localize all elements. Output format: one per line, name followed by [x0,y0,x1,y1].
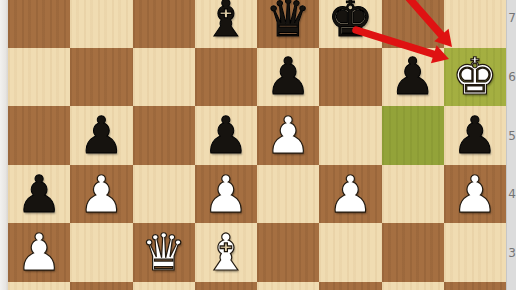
square-d7[interactable]: ♝ [195,0,257,48]
piece-white-pawn-b4[interactable]: ♟ [70,165,132,224]
square-f2[interactable] [319,282,381,290]
square-e5[interactable]: ♟ [257,106,319,165]
square-g5[interactable] [382,106,444,165]
piece-black-pawn-a4[interactable]: ♟ [8,165,70,224]
square-d5[interactable]: ♟ [195,106,257,165]
square-f7[interactable]: ♚ [319,0,381,48]
square-e7[interactable]: ♛ [257,0,319,48]
square-a4[interactable]: ♟ [8,165,70,224]
square-a5[interactable] [8,106,70,165]
piece-black-pawn-e6[interactable]: ♟ [257,48,319,107]
square-h5[interactable]: ♟ [444,106,506,165]
piece-white-queen-c3[interactable]: ♛ [133,223,195,282]
square-b4[interactable]: ♟ [70,165,132,224]
piece-black-pawn-g6[interactable]: ♟ [382,48,444,107]
piece-black-pawn-h5[interactable]: ♟ [444,106,506,165]
square-g3[interactable] [382,223,444,282]
square-c4[interactable] [133,165,195,224]
square-a2[interactable] [8,282,70,290]
square-h7[interactable] [444,0,506,48]
square-d6[interactable] [195,48,257,107]
square-h2[interactable] [444,282,506,290]
piece-black-queen-e7[interactable]: ♛ [257,0,319,48]
piece-white-pawn-a3[interactable]: ♟ [8,223,70,282]
square-b2[interactable] [70,282,132,290]
square-d3[interactable]: ♝ [195,223,257,282]
square-f6[interactable] [319,48,381,107]
piece-black-bishop-d7[interactable]: ♝ [195,0,257,48]
square-b3[interactable] [70,223,132,282]
square-f3[interactable] [319,223,381,282]
square-b7[interactable] [70,0,132,48]
square-f5[interactable] [319,106,381,165]
square-g7[interactable] [382,0,444,48]
chess-thumbnail: ♝♛♚♟♟♚♟♟♟♟♟♟♟♟♟♟♛♝ 76543 [0,0,516,290]
square-g6[interactable]: ♟ [382,48,444,107]
square-e6[interactable]: ♟ [257,48,319,107]
square-e3[interactable] [257,223,319,282]
square-c3[interactable]: ♛ [133,223,195,282]
square-g4[interactable] [382,165,444,224]
piece-white-pawn-f4[interactable]: ♟ [319,165,381,224]
square-h4[interactable]: ♟ [444,165,506,224]
piece-black-pawn-d5[interactable]: ♟ [195,106,257,165]
rank-label-7: 7 [507,11,516,25]
square-g2[interactable] [382,282,444,290]
rank-label-3: 3 [507,246,516,260]
piece-white-bishop-d3[interactable]: ♝ [195,223,257,282]
rank-label-4: 4 [507,187,516,201]
square-e2[interactable] [257,282,319,290]
square-b5[interactable]: ♟ [70,106,132,165]
square-c7[interactable] [133,0,195,48]
square-f4[interactable]: ♟ [319,165,381,224]
square-a7[interactable] [8,0,70,48]
piece-white-pawn-d4[interactable]: ♟ [195,165,257,224]
square-b6[interactable] [70,48,132,107]
square-c5[interactable] [133,106,195,165]
board: ♝♛♚♟♟♚♟♟♟♟♟♟♟♟♟♟♛♝ [8,0,506,290]
square-d2[interactable] [195,282,257,290]
square-c6[interactable] [133,48,195,107]
piece-white-pawn-h4[interactable]: ♟ [444,165,506,224]
rank-label-5: 5 [507,129,516,143]
piece-white-king-h6[interactable]: ♚ [444,48,506,107]
rank-coordinate-strip: 76543 [506,0,516,290]
rank-label-6: 6 [507,70,516,84]
square-h3[interactable] [444,223,506,282]
square-a6[interactable] [8,48,70,107]
piece-white-pawn-e5[interactable]: ♟ [257,106,319,165]
square-d4[interactable]: ♟ [195,165,257,224]
piece-black-pawn-b5[interactable]: ♟ [70,106,132,165]
page-left-strip [0,0,8,290]
square-a3[interactable]: ♟ [8,223,70,282]
piece-black-king-f7[interactable]: ♚ [319,0,381,48]
square-c2[interactable] [133,282,195,290]
square-h6[interactable]: ♚ [444,48,506,107]
square-e4[interactable] [257,165,319,224]
